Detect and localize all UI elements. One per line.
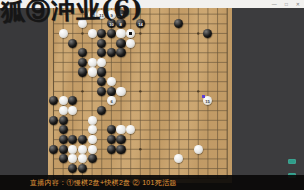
black-stone [97, 29, 106, 38]
black-stone [107, 145, 116, 154]
black-stone [107, 87, 116, 96]
square-marker-icon [129, 32, 132, 35]
white-stone [59, 96, 68, 105]
black-stone [174, 19, 183, 28]
white-stone [59, 29, 68, 38]
move-number-label: 6 [108, 97, 115, 104]
white-stone [97, 58, 106, 67]
blue-marker-icon [202, 95, 205, 98]
screenshot-root: { "game": "go", "window": { "title_hint"… [0, 0, 304, 190]
move-number-label: 15 [204, 97, 211, 104]
white-stone [88, 125, 97, 134]
black-stone [116, 39, 125, 48]
black-stone [97, 48, 106, 57]
white-stone: 6 [107, 96, 116, 105]
white-stone [88, 29, 97, 38]
black-stone [107, 125, 116, 134]
black-stone [49, 116, 58, 125]
black-stone [97, 77, 106, 86]
caption-bar: 直播内容：①慢棋2盘+快棋2盘 ② 101死活题 [0, 175, 304, 190]
black-stone [116, 48, 125, 57]
stone-layer: 131191210814615 [49, 8, 232, 183]
black-stone [59, 125, 68, 134]
white-stone [116, 29, 125, 38]
calligraphy-overlay-title: 狐⑨冲业(6) [1, 0, 144, 27]
black-stone [68, 39, 77, 48]
black-stone [97, 87, 106, 96]
white-stone [194, 145, 203, 154]
white-stone [88, 145, 97, 154]
black-stone [68, 164, 77, 173]
white-stone [68, 154, 77, 163]
black-stone [59, 116, 68, 125]
black-stone [68, 135, 77, 144]
black-stone [116, 135, 125, 144]
minimize-button[interactable]: — [272, 0, 277, 8]
black-stone [59, 154, 68, 163]
window-controls: — □ ✕ [272, 0, 300, 8]
black-stone [49, 145, 58, 154]
black-stone [68, 96, 77, 105]
black-stone [59, 135, 68, 144]
black-stone [59, 145, 68, 154]
black-stone [49, 96, 58, 105]
white-stone [59, 106, 68, 115]
white-stone [88, 67, 97, 76]
white-stone [88, 58, 97, 67]
side-panel [232, 8, 304, 190]
black-stone [107, 48, 116, 57]
black-stone [107, 135, 116, 144]
white-stone [68, 145, 77, 154]
white-stone [126, 29, 135, 38]
black-stone [107, 29, 116, 38]
close-button[interactable]: ✕ [296, 0, 300, 8]
white-stone [78, 154, 87, 163]
white-stone [116, 87, 125, 96]
white-stone [68, 106, 77, 115]
white-stone [107, 77, 116, 86]
white-stone [88, 116, 97, 125]
black-stone [203, 29, 212, 38]
black-stone [78, 48, 87, 57]
black-stone [78, 67, 87, 76]
caption-text: 直播内容：①慢棋2盘+快棋2盘 ② 101死活题 [30, 178, 177, 188]
white-stone [174, 154, 183, 163]
black-stone [97, 39, 106, 48]
white-stone [116, 125, 125, 134]
black-stone [78, 135, 87, 144]
black-stone [97, 67, 106, 76]
black-stone [88, 154, 97, 163]
black-stone [78, 58, 87, 67]
white-stone [126, 125, 135, 134]
white-stone: 15 [203, 96, 212, 105]
white-stone [78, 145, 87, 154]
black-stone [78, 164, 87, 173]
go-board[interactable]: 131191210814615 [48, 8, 232, 183]
black-stone [97, 106, 106, 115]
maximize-button[interactable]: □ [285, 0, 288, 8]
emote-icon[interactable] [288, 159, 296, 164]
black-stone [116, 145, 125, 154]
white-stone [126, 39, 135, 48]
white-stone [88, 135, 97, 144]
